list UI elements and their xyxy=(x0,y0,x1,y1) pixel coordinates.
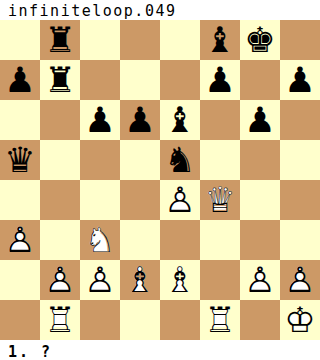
white-pawn-fill: ♟ xyxy=(0,220,40,260)
white-queen-fill: ♛ xyxy=(200,180,240,220)
white-pawn-outline: ♙ xyxy=(280,260,320,300)
square-g2[interactable]: ♟♙ xyxy=(240,260,280,300)
square-h4[interactable] xyxy=(280,180,320,220)
square-g7[interactable] xyxy=(240,60,280,100)
white-pawn[interactable]: ♟♙ xyxy=(40,260,80,300)
white-bishop-fill: ♝ xyxy=(120,260,160,300)
white-king-outline: ♔ xyxy=(280,300,320,340)
square-g4[interactable] xyxy=(240,180,280,220)
black-king[interactable]: ♚ xyxy=(240,20,280,60)
white-rook[interactable]: ♜♖ xyxy=(40,300,80,340)
white-bishop[interactable]: ♝♗ xyxy=(120,260,160,300)
black-bishop[interactable]: ♝ xyxy=(160,100,200,140)
white-pawn-outline: ♙ xyxy=(240,260,280,300)
white-pawn[interactable]: ♟♙ xyxy=(0,220,40,260)
square-f3[interactable] xyxy=(200,220,240,260)
puzzle-title: infiniteloop.049 xyxy=(0,0,320,20)
square-b6[interactable] xyxy=(40,100,80,140)
white-rook-fill: ♜ xyxy=(200,300,240,340)
white-rook-outline: ♖ xyxy=(40,300,80,340)
white-rook-outline: ♖ xyxy=(200,300,240,340)
black-queen-glyph: ♛ xyxy=(0,140,40,180)
black-knight-glyph: ♞ xyxy=(160,140,200,180)
square-d1[interactable] xyxy=(120,300,160,340)
square-d4[interactable] xyxy=(120,180,160,220)
black-rook[interactable]: ♜ xyxy=(40,60,80,100)
square-c4[interactable] xyxy=(80,180,120,220)
black-knight[interactable]: ♞ xyxy=(160,140,200,180)
black-king-glyph: ♚ xyxy=(240,20,280,60)
black-rook-glyph: ♜ xyxy=(40,20,80,60)
black-pawn[interactable]: ♟ xyxy=(280,60,320,100)
square-g3[interactable] xyxy=(240,220,280,260)
white-queen-outline: ♕ xyxy=(200,180,240,220)
square-g1[interactable] xyxy=(240,300,280,340)
white-pawn-fill: ♟ xyxy=(160,180,200,220)
black-bishop-glyph: ♝ xyxy=(200,20,240,60)
move-prompt: 1. ? xyxy=(0,340,320,360)
square-f8[interactable]: ♝ xyxy=(200,20,240,60)
black-pawn-glyph: ♟ xyxy=(120,100,160,140)
black-pawn-glyph: ♟ xyxy=(0,60,40,100)
square-h5[interactable] xyxy=(280,140,320,180)
square-c1[interactable] xyxy=(80,300,120,340)
square-e8[interactable] xyxy=(160,20,200,60)
white-rook-fill: ♜ xyxy=(40,300,80,340)
square-e4[interactable]: ♟♙ xyxy=(160,180,200,220)
white-pawn-fill: ♟ xyxy=(280,260,320,300)
square-a2[interactable] xyxy=(0,260,40,300)
square-e7[interactable] xyxy=(160,60,200,100)
square-a4[interactable] xyxy=(0,180,40,220)
white-king-fill: ♚ xyxy=(280,300,320,340)
black-rook[interactable]: ♜ xyxy=(40,20,80,60)
square-b2[interactable]: ♟♙ xyxy=(40,260,80,300)
square-a5[interactable]: ♛ xyxy=(0,140,40,180)
white-pawn[interactable]: ♟♙ xyxy=(80,260,120,300)
square-d3[interactable] xyxy=(120,220,160,260)
square-e1[interactable] xyxy=(160,300,200,340)
black-pawn[interactable]: ♟ xyxy=(200,60,240,100)
black-pawn-glyph: ♟ xyxy=(240,100,280,140)
white-pawn[interactable]: ♟♙ xyxy=(280,260,320,300)
white-pawn-outline: ♙ xyxy=(40,260,80,300)
square-b3[interactable] xyxy=(40,220,80,260)
square-f1[interactable]: ♜♖ xyxy=(200,300,240,340)
square-a7[interactable]: ♟ xyxy=(0,60,40,100)
white-pawn-outline: ♙ xyxy=(160,180,200,220)
square-c2[interactable]: ♟♙ xyxy=(80,260,120,300)
black-bishop[interactable]: ♝ xyxy=(200,20,240,60)
square-h2[interactable]: ♟♙ xyxy=(280,260,320,300)
square-g5[interactable] xyxy=(240,140,280,180)
square-b1[interactable]: ♜♖ xyxy=(40,300,80,340)
white-pawn-fill: ♟ xyxy=(80,260,120,300)
black-pawn[interactable]: ♟ xyxy=(0,60,40,100)
square-f6[interactable] xyxy=(200,100,240,140)
square-d7[interactable] xyxy=(120,60,160,100)
square-d2[interactable]: ♝♗ xyxy=(120,260,160,300)
square-b5[interactable] xyxy=(40,140,80,180)
square-b8[interactable]: ♜ xyxy=(40,20,80,60)
chess-board: ♜♝♚♟♜♟♟♟♟♝♟♛♞♟♙♛♕♟♙♞♘♟♙♟♙♝♗♝♗♟♙♟♙♜♖♜♖♚♔ xyxy=(0,20,320,340)
square-a8[interactable] xyxy=(0,20,40,60)
square-c5[interactable] xyxy=(80,140,120,180)
white-knight-fill: ♞ xyxy=(80,220,120,260)
square-f2[interactable] xyxy=(200,260,240,300)
white-pawn-fill: ♟ xyxy=(240,260,280,300)
square-e6[interactable]: ♝ xyxy=(160,100,200,140)
square-c7[interactable] xyxy=(80,60,120,100)
square-c8[interactable] xyxy=(80,20,120,60)
square-c3[interactable]: ♞♘ xyxy=(80,220,120,260)
square-b4[interactable] xyxy=(40,180,80,220)
black-pawn[interactable]: ♟ xyxy=(120,100,160,140)
white-bishop-fill: ♝ xyxy=(160,260,200,300)
square-h1[interactable]: ♚♔ xyxy=(280,300,320,340)
white-king[interactable]: ♚♔ xyxy=(280,300,320,340)
square-d6[interactable]: ♟ xyxy=(120,100,160,140)
square-a6[interactable] xyxy=(0,100,40,140)
square-d5[interactable] xyxy=(120,140,160,180)
black-pawn-glyph: ♟ xyxy=(80,100,120,140)
square-h7[interactable]: ♟ xyxy=(280,60,320,100)
black-queen[interactable]: ♛ xyxy=(0,140,40,180)
white-bishop-outline: ♗ xyxy=(120,260,160,300)
black-pawn[interactable]: ♟ xyxy=(240,100,280,140)
square-f5[interactable] xyxy=(200,140,240,180)
chess-puzzle-window: infiniteloop.049 ♜♝♚♟♜♟♟♟♟♝♟♛♞♟♙♛♕♟♙♞♘♟♙… xyxy=(0,0,320,360)
white-pawn-fill: ♟ xyxy=(40,260,80,300)
square-h6[interactable] xyxy=(280,100,320,140)
square-e2[interactable]: ♝♗ xyxy=(160,260,200,300)
black-pawn[interactable]: ♟ xyxy=(80,100,120,140)
square-h8[interactable] xyxy=(280,20,320,60)
white-knight-outline: ♘ xyxy=(80,220,120,260)
square-d8[interactable] xyxy=(120,20,160,60)
square-g6[interactable]: ♟ xyxy=(240,100,280,140)
square-g8[interactable]: ♚ xyxy=(240,20,280,60)
square-e3[interactable] xyxy=(160,220,200,260)
square-c6[interactable]: ♟ xyxy=(80,100,120,140)
white-queen[interactable]: ♛♕ xyxy=(200,180,240,220)
square-h3[interactable] xyxy=(280,220,320,260)
square-f7[interactable]: ♟ xyxy=(200,60,240,100)
white-pawn[interactable]: ♟♙ xyxy=(160,180,200,220)
black-bishop-glyph: ♝ xyxy=(160,100,200,140)
square-f4[interactable]: ♛♕ xyxy=(200,180,240,220)
white-knight[interactable]: ♞♘ xyxy=(80,220,120,260)
white-bishop[interactable]: ♝♗ xyxy=(160,260,200,300)
square-b7[interactable]: ♜ xyxy=(40,60,80,100)
white-pawn-outline: ♙ xyxy=(0,220,40,260)
white-pawn-outline: ♙ xyxy=(80,260,120,300)
white-bishop-outline: ♗ xyxy=(160,260,200,300)
black-pawn-glyph: ♟ xyxy=(200,60,240,100)
black-rook-glyph: ♜ xyxy=(40,60,80,100)
square-a3[interactable]: ♟♙ xyxy=(0,220,40,260)
white-rook[interactable]: ♜♖ xyxy=(200,300,240,340)
white-pawn[interactable]: ♟♙ xyxy=(240,260,280,300)
square-a1[interactable] xyxy=(0,300,40,340)
square-e5[interactable]: ♞ xyxy=(160,140,200,180)
black-pawn-glyph: ♟ xyxy=(280,60,320,100)
